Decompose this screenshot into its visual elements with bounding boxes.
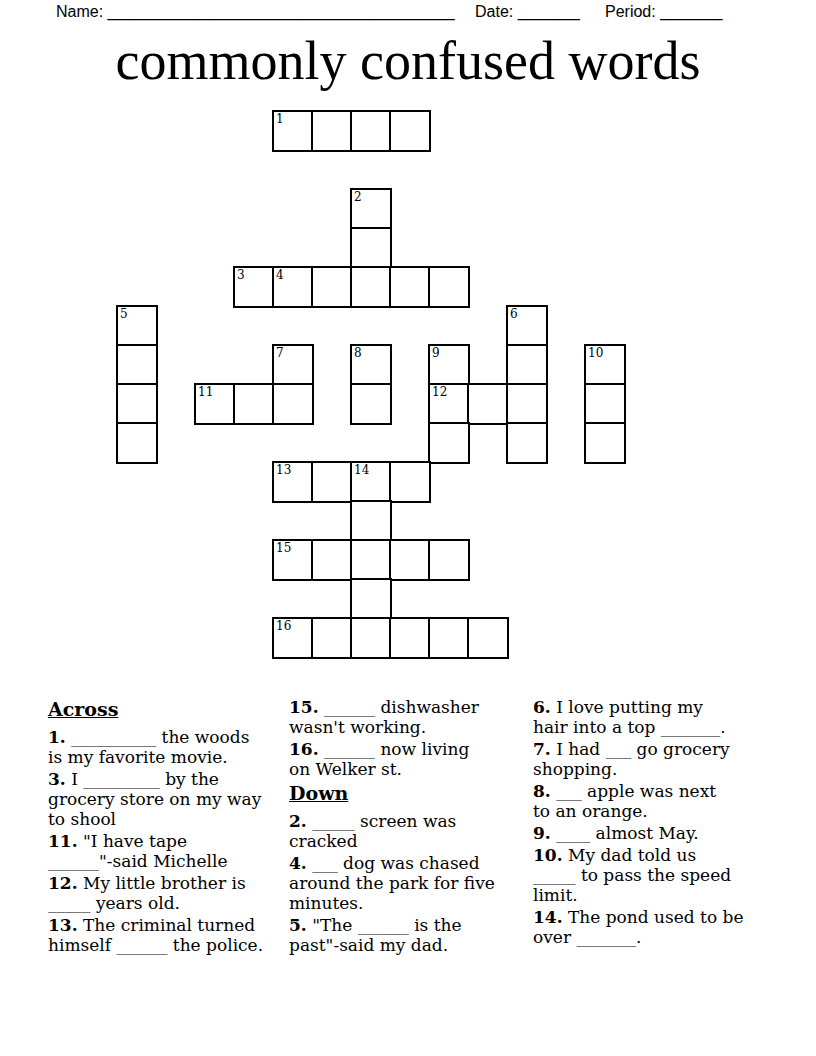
grid-cell-r13c5[interactable] bbox=[311, 617, 353, 659]
grid-number-15: 15 bbox=[276, 541, 291, 555]
clue-number-label: 10. bbox=[533, 845, 563, 865]
grid-cell-r7c4[interactable] bbox=[272, 383, 314, 425]
date-blank-line: _______ bbox=[518, 3, 580, 20]
grid-number-12: 12 bbox=[432, 385, 447, 399]
clue-number-label: 1. bbox=[48, 727, 66, 747]
name-field: Name: __________________________________… bbox=[56, 3, 455, 21]
clue-number-label: 14. bbox=[533, 907, 563, 927]
grid-cell-r7c6[interactable] bbox=[350, 383, 392, 425]
name-label: Name: bbox=[56, 3, 103, 20]
clue-column-3: 6. I love putting my hair into a top ___… bbox=[533, 697, 773, 949]
clue-text: I love putting my hair into a top ______… bbox=[533, 697, 726, 737]
grid-cell-r7c3[interactable] bbox=[233, 383, 275, 425]
grid-cell-r4c5[interactable] bbox=[311, 266, 353, 308]
grid-number-13: 13 bbox=[276, 463, 291, 477]
clue-text: I _________ by the grocery store on my w… bbox=[48, 769, 261, 829]
puzzle-title: commonly confused words bbox=[0, 32, 816, 90]
grid-number-3: 3 bbox=[237, 268, 245, 282]
grid-cell-r9c5[interactable] bbox=[311, 461, 353, 503]
grid-cell-r11c4[interactable]: 15 bbox=[272, 539, 314, 581]
clue-number-label: 7. bbox=[533, 739, 551, 759]
grid-cell-r6c8[interactable]: 9 bbox=[428, 344, 470, 386]
grid-cell-r11c6[interactable] bbox=[350, 539, 392, 581]
grid-cell-r8c8[interactable] bbox=[428, 422, 470, 464]
grid-cell-r6c6[interactable]: 8 bbox=[350, 344, 392, 386]
crossword-grid: 12345678910111213141516 bbox=[116, 110, 628, 661]
clue-12: 12. My little brother is _____ years old… bbox=[48, 873, 283, 913]
clue-10: 10. My dad told us _____ to pass the spe… bbox=[533, 845, 773, 905]
grid-cell-r6c10[interactable] bbox=[506, 344, 548, 386]
grid-cell-r13c8[interactable] bbox=[428, 617, 470, 659]
grid-cell-r0c6[interactable] bbox=[350, 110, 392, 152]
clue-number-label: 5. bbox=[289, 915, 307, 935]
clue-text: __________ the woods is my favorite movi… bbox=[48, 727, 249, 767]
period-blank-line: _______ bbox=[660, 3, 722, 20]
clue-8: 8. ___ apple was next to an orange. bbox=[533, 781, 773, 821]
clue-text: ____ almost May. bbox=[551, 823, 699, 843]
grid-cell-r13c6[interactable] bbox=[350, 617, 392, 659]
clue-5: 5. "The ______ is the past"-said my dad. bbox=[289, 915, 527, 955]
clue-number-label: 11. bbox=[48, 831, 78, 851]
grid-number-14: 14 bbox=[354, 463, 369, 477]
grid-cell-r0c5[interactable] bbox=[311, 110, 353, 152]
clue-text: The criminal turned himself ______ the p… bbox=[48, 915, 263, 955]
clue-column-2: 15. ______ dishwasher wasn't working.16.… bbox=[289, 697, 527, 957]
clue-number-label: 8. bbox=[533, 781, 551, 801]
grid-number-6: 6 bbox=[510, 307, 518, 321]
grid-cell-r6c4[interactable]: 7 bbox=[272, 344, 314, 386]
clue-text: My dad told us _____ to pass the speed l… bbox=[533, 845, 731, 905]
grid-number-5: 5 bbox=[120, 307, 128, 321]
grid-cell-r7c12[interactable] bbox=[584, 383, 626, 425]
grid-cell-r4c3[interactable]: 3 bbox=[233, 266, 275, 308]
grid-cell-r4c6[interactable] bbox=[350, 266, 392, 308]
clue-text: The pond used to be over _______. bbox=[533, 907, 744, 947]
grid-cell-r8c10[interactable] bbox=[506, 422, 548, 464]
grid-cell-r8c0[interactable] bbox=[116, 422, 158, 464]
crossword-worksheet-page: { "game": "crossword", "title": "commonl… bbox=[0, 0, 816, 1056]
grid-cell-r9c4[interactable]: 13 bbox=[272, 461, 314, 503]
grid-cell-r4c8[interactable] bbox=[428, 266, 470, 308]
grid-number-16: 16 bbox=[276, 619, 291, 633]
clue-3: 3. I _________ by the grocery store on m… bbox=[48, 769, 283, 829]
grid-cell-r7c2[interactable]: 11 bbox=[194, 383, 236, 425]
grid-cell-r13c9[interactable] bbox=[467, 617, 509, 659]
grid-number-8: 8 bbox=[354, 346, 362, 360]
grid-number-4: 4 bbox=[276, 268, 284, 282]
clue-number-label: 15. bbox=[289, 697, 319, 717]
grid-cell-r2c6[interactable]: 2 bbox=[350, 188, 392, 230]
grid-cell-r7c10[interactable] bbox=[506, 383, 548, 425]
grid-cell-r0c4[interactable]: 1 bbox=[272, 110, 314, 152]
grid-cell-r10c6[interactable] bbox=[350, 500, 392, 542]
clue-text: _____ screen was cracked bbox=[289, 811, 456, 851]
grid-cell-r0c7[interactable] bbox=[389, 110, 431, 152]
clue-9: 9. ____ almost May. bbox=[533, 823, 773, 843]
grid-cell-r9c7[interactable] bbox=[389, 461, 431, 503]
clue-number-label: 9. bbox=[533, 823, 551, 843]
grid-cell-r6c12[interactable]: 10 bbox=[584, 344, 626, 386]
clue-15: 15. ______ dishwasher wasn't working. bbox=[289, 697, 527, 737]
clue-7: 7. I had ___ go grocery shopping. bbox=[533, 739, 773, 779]
grid-cell-r8c12[interactable] bbox=[584, 422, 626, 464]
grid-number-7: 7 bbox=[276, 346, 284, 360]
grid-cell-r11c8[interactable] bbox=[428, 539, 470, 581]
clue-text: ___ apple was next to an orange. bbox=[533, 781, 716, 821]
grid-cell-r3c6[interactable] bbox=[350, 227, 392, 269]
clue-4: 4. ___ dog was chased around the park fo… bbox=[289, 853, 527, 913]
clue-number-label: 3. bbox=[48, 769, 66, 789]
grid-cell-r7c9[interactable] bbox=[467, 383, 509, 425]
grid-number-2: 2 bbox=[354, 190, 362, 204]
grid-cell-r5c10[interactable]: 6 bbox=[506, 305, 548, 347]
grid-cell-r13c4[interactable]: 16 bbox=[272, 617, 314, 659]
date-label: Date: bbox=[475, 3, 513, 20]
clue-6: 6. I love putting my hair into a top ___… bbox=[533, 697, 773, 737]
grid-cell-r6c0[interactable] bbox=[116, 344, 158, 386]
grid-cell-r7c0[interactable] bbox=[116, 383, 158, 425]
clue-number-label: 12. bbox=[48, 873, 78, 893]
clue-number-label: 16. bbox=[289, 739, 319, 759]
period-field: Period: _______ bbox=[605, 3, 722, 21]
clue-section-header-across: Across bbox=[48, 697, 283, 721]
clue-11: 11. "I have tape ______"-said Michelle bbox=[48, 831, 283, 871]
clue-number-label: 4. bbox=[289, 853, 307, 873]
grid-cell-r5c0[interactable]: 5 bbox=[116, 305, 158, 347]
clue-text: ___ dog was chased around the park for f… bbox=[289, 853, 495, 913]
clue-14: 14. The pond used to be over _______. bbox=[533, 907, 773, 947]
grid-cell-r9c6[interactable]: 14 bbox=[350, 461, 392, 503]
grid-cell-r11c5[interactable] bbox=[311, 539, 353, 581]
grid-number-9: 9 bbox=[432, 346, 440, 360]
grid-number-1: 1 bbox=[276, 112, 284, 126]
grid-cell-r11c7[interactable] bbox=[389, 539, 431, 581]
period-label: Period: bbox=[605, 3, 656, 20]
clue-1: 1. __________ the woods is my favorite m… bbox=[48, 727, 283, 767]
grid-number-11: 11 bbox=[198, 385, 213, 399]
date-field: Date: _______ bbox=[475, 3, 580, 21]
grid-cell-r13c7[interactable] bbox=[389, 617, 431, 659]
clue-number-label: 13. bbox=[48, 915, 78, 935]
clue-text: I had ___ go grocery shopping. bbox=[533, 739, 730, 779]
grid-cell-r4c4[interactable]: 4 bbox=[272, 266, 314, 308]
grid-number-10: 10 bbox=[588, 346, 603, 360]
clue-2: 2. _____ screen was cracked bbox=[289, 811, 527, 851]
clue-16: 16. ______ now living on Welker st. bbox=[289, 739, 527, 779]
grid-cell-r12c6[interactable] bbox=[350, 578, 392, 620]
name-blank-line: _______________________________________ bbox=[108, 3, 455, 20]
clue-number-label: 6. bbox=[533, 697, 551, 717]
grid-cell-r4c7[interactable] bbox=[389, 266, 431, 308]
clue-13: 13. The criminal turned himself ______ t… bbox=[48, 915, 283, 955]
clue-text: "The ______ is the past"-said my dad. bbox=[289, 915, 462, 955]
clue-number-label: 2. bbox=[289, 811, 307, 831]
worksheet-header: Name: __________________________________… bbox=[0, 3, 816, 29]
clue-column-1: Across1. __________ the woods is my favo… bbox=[48, 697, 283, 957]
grid-cell-r7c8[interactable]: 12 bbox=[428, 383, 470, 425]
clue-section-header-down: Down bbox=[289, 781, 527, 805]
clue-text: My little brother is _____ years old. bbox=[48, 873, 246, 913]
